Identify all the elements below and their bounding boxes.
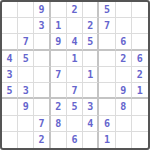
cell-r5c3[interactable] — [34, 67, 50, 83]
cell-r7c3[interactable] — [34, 99, 50, 115]
cell-r6c1[interactable]: 5 — [2, 83, 18, 99]
cell-r5c8[interactable] — [116, 67, 132, 83]
cell-r4c9[interactable]: 6 — [132, 51, 148, 67]
cell-r8c8[interactable] — [116, 116, 132, 132]
cell-r2c3[interactable]: 3 — [34, 18, 50, 34]
cell-r5c4[interactable]: 7 — [51, 67, 67, 83]
cell-r1c1[interactable] — [2, 2, 18, 18]
cell-r3c4[interactable]: 9 — [51, 34, 67, 50]
cell-r2c4[interactable]: 1 — [51, 18, 67, 34]
cell-r8c4[interactable]: 8 — [51, 116, 67, 132]
cell-r1c8[interactable] — [116, 2, 132, 18]
cell-r5c6[interactable]: 1 — [83, 67, 99, 83]
cell-r4c4[interactable] — [51, 51, 67, 67]
cell-r7c6[interactable]: 3 — [83, 99, 99, 115]
cell-r5c1[interactable]: 3 — [2, 67, 18, 83]
cell-r5c9[interactable]: 2 — [132, 67, 148, 83]
cell-r3c7[interactable] — [99, 34, 115, 50]
cell-r9c2[interactable] — [18, 132, 34, 148]
cell-r1c3[interactable]: 9 — [34, 2, 50, 18]
cell-r8c2[interactable] — [18, 116, 34, 132]
cell-r7c4[interactable]: 2 — [51, 99, 67, 115]
cell-r1c5[interactable]: 2 — [67, 2, 83, 18]
cell-r6c5[interactable]: 7 — [67, 83, 83, 99]
cell-r1c7[interactable]: 5 — [99, 2, 115, 18]
cell-r6c4[interactable] — [51, 83, 67, 99]
cell-r8c7[interactable]: 6 — [99, 116, 115, 132]
cell-r8c1[interactable] — [2, 116, 18, 132]
cell-r9c4[interactable] — [51, 132, 67, 148]
cell-r7c5[interactable]: 5 — [67, 99, 83, 115]
cell-r4c1[interactable]: 4 — [2, 51, 18, 67]
cell-r2c9[interactable] — [132, 18, 148, 34]
cell-r2c8[interactable] — [116, 18, 132, 34]
cell-r1c6[interactable] — [83, 2, 99, 18]
cell-r8c5[interactable] — [67, 116, 83, 132]
cell-r7c1[interactable] — [2, 99, 18, 115]
cell-r9c5[interactable]: 6 — [67, 132, 83, 148]
cell-r4c8[interactable]: 2 — [116, 51, 132, 67]
cell-r9c8[interactable] — [116, 132, 132, 148]
cell-r6c3[interactable] — [34, 83, 50, 99]
cell-r1c2[interactable] — [18, 2, 34, 18]
cell-r3c5[interactable]: 4 — [67, 34, 83, 50]
cell-r6c2[interactable]: 3 — [18, 83, 34, 99]
cell-r3c8[interactable]: 6 — [116, 34, 132, 50]
cell-r9c7[interactable]: 1 — [99, 132, 115, 148]
cell-r3c9[interactable] — [132, 34, 148, 50]
cell-r5c2[interactable] — [18, 67, 34, 83]
sudoku-board: 92531277945645126371253791925387846261 — [0, 0, 150, 150]
cell-r3c6[interactable]: 5 — [83, 34, 99, 50]
cell-r5c7[interactable] — [99, 67, 115, 83]
cell-r7c7[interactable] — [99, 99, 115, 115]
cell-r8c9[interactable] — [132, 116, 148, 132]
cell-r2c7[interactable]: 7 — [99, 18, 115, 34]
cell-r2c6[interactable]: 2 — [83, 18, 99, 34]
cell-r6c7[interactable] — [99, 83, 115, 99]
cell-r8c3[interactable]: 7 — [34, 116, 50, 132]
cell-r9c1[interactable] — [2, 132, 18, 148]
cell-r1c9[interactable] — [132, 2, 148, 18]
cell-r3c3[interactable] — [34, 34, 50, 50]
cell-r3c1[interactable] — [2, 34, 18, 50]
cell-r4c3[interactable] — [34, 51, 50, 67]
cell-r9c6[interactable] — [83, 132, 99, 148]
cell-r4c5[interactable]: 1 — [67, 51, 83, 67]
cell-r4c7[interactable] — [99, 51, 115, 67]
cell-r4c6[interactable] — [83, 51, 99, 67]
cell-r2c1[interactable] — [2, 18, 18, 34]
cell-r6c6[interactable] — [83, 83, 99, 99]
cell-r1c4[interactable] — [51, 2, 67, 18]
cell-r8c6[interactable]: 4 — [83, 116, 99, 132]
cell-r7c2[interactable]: 9 — [18, 99, 34, 115]
cell-r7c8[interactable]: 8 — [116, 99, 132, 115]
cell-r3c2[interactable]: 7 — [18, 34, 34, 50]
cell-r6c8[interactable]: 9 — [116, 83, 132, 99]
cell-r6c9[interactable]: 1 — [132, 83, 148, 99]
cell-r7c9[interactable] — [132, 99, 148, 115]
cell-r4c2[interactable]: 5 — [18, 51, 34, 67]
cell-r5c5[interactable] — [67, 67, 83, 83]
cell-r2c2[interactable] — [18, 18, 34, 34]
cell-r2c5[interactable] — [67, 18, 83, 34]
cell-r9c3[interactable]: 2 — [34, 132, 50, 148]
cell-r9c9[interactable] — [132, 132, 148, 148]
